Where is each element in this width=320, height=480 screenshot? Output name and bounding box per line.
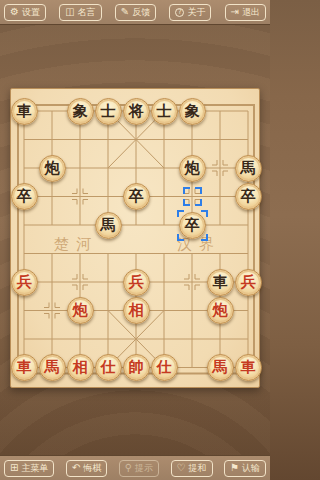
piece-black-horse-left[interactable]: 馬: [95, 212, 122, 239]
piece-black-advisor-left[interactable]: 士: [95, 98, 122, 125]
piece-red-soldier-a[interactable]: 兵: [11, 269, 38, 296]
exit-icon: ⇥: [231, 7, 239, 17]
exit-label: 退出: [242, 6, 260, 19]
piece-red-chariot-right[interactable]: 車: [235, 354, 262, 381]
quotes-button[interactable]: ◫ 名言: [59, 4, 101, 21]
xiangqi-board[interactable]: 楚河汉界車象士将士象炮炮馬卒卒卒馬卒車兵兵兵炮相炮車馬相仕帥仕馬車: [10, 88, 260, 388]
piece-black-elephant-left[interactable]: 象: [67, 98, 94, 125]
piece-red-cannon-left[interactable]: 炮: [67, 297, 94, 324]
about-label: 关于: [187, 6, 205, 19]
board-grid: 楚河汉界: [11, 89, 261, 389]
undo-arrow-icon: ↶: [72, 463, 80, 473]
piece-black-chariot-right[interactable]: 車: [207, 269, 234, 296]
piece-black-horse-right[interactable]: 馬: [235, 155, 262, 182]
undo-label: 悔棋: [83, 462, 101, 475]
piece-red-cannon-right[interactable]: 炮: [207, 297, 234, 324]
river-label-right: 汉界: [177, 235, 221, 253]
piece-black-chariot-left[interactable]: 車: [11, 98, 38, 125]
piece-red-elephant-raised[interactable]: 相: [123, 297, 150, 324]
hint-label: 提示: [135, 462, 153, 475]
piece-red-horse-right[interactable]: 馬: [207, 354, 234, 381]
undo-button[interactable]: ↶ 悔棋: [66, 460, 107, 477]
piece-red-advisor-left[interactable]: 仕: [95, 354, 122, 381]
piece-black-cannon-left[interactable]: 炮: [39, 155, 66, 182]
settings-button[interactable]: ⚙ 设置: [4, 4, 46, 21]
piece-black-elephant-right[interactable]: 象: [179, 98, 206, 125]
piece-red-horse-left[interactable]: 馬: [39, 354, 66, 381]
question-icon: ?: [175, 8, 184, 17]
piece-black-cannon-right[interactable]: 炮: [179, 155, 206, 182]
lightbulb-icon: ⚲: [125, 463, 132, 473]
offer-draw-label: 提和: [189, 462, 207, 475]
heart-gem-icon: ♡: [177, 463, 186, 473]
piece-black-soldier-g[interactable]: 卒: [179, 212, 206, 239]
piece-red-advisor-right[interactable]: 仕: [151, 354, 178, 381]
exit-button[interactable]: ⇥ 退出: [225, 4, 266, 21]
hint-button[interactable]: ⚲ 提示: [119, 460, 159, 477]
piece-black-soldier-i[interactable]: 卒: [235, 183, 262, 210]
river-label-left: 楚河: [54, 235, 98, 253]
gear-icon: ⚙: [10, 7, 19, 17]
main-menu-label: 主菜单: [21, 462, 48, 475]
piece-black-advisor-right[interactable]: 士: [151, 98, 178, 125]
feedback-label: 反馈: [132, 6, 150, 19]
resign-label: 认输: [242, 462, 260, 475]
piece-red-general[interactable]: 帥: [123, 354, 150, 381]
piece-red-elephant-left[interactable]: 相: [67, 354, 94, 381]
edit-icon: ✎: [121, 7, 129, 17]
piece-red-chariot-left[interactable]: 車: [11, 354, 38, 381]
top-bar: ⚙ 设置 ◫ 名言 ✎ 反馈 ? 关于 ⇥ 退出: [0, 0, 270, 25]
book-icon: ◫: [65, 7, 74, 17]
settings-label: 设置: [22, 6, 40, 19]
feedback-button[interactable]: ✎ 反馈: [115, 4, 156, 21]
resign-button[interactable]: ⚑ 认输: [224, 460, 266, 477]
main-menu-button[interactable]: ⊞ 主菜单: [4, 460, 54, 477]
quotes-label: 名言: [78, 6, 96, 19]
piece-black-soldier-e[interactable]: 卒: [123, 183, 150, 210]
flag-icon: ⚑: [230, 463, 239, 473]
piece-black-soldier-a[interactable]: 卒: [11, 183, 38, 210]
bottom-bar: ⊞ 主菜单 ↶ 悔棋 ⚲ 提示 ♡ 提和 ⚑ 认输: [0, 455, 270, 480]
piece-black-general[interactable]: 将: [123, 98, 150, 125]
about-button[interactable]: ? 关于: [169, 4, 211, 21]
offer-draw-button[interactable]: ♡ 提和: [171, 460, 213, 477]
grid-icon: ⊞: [10, 463, 18, 473]
piece-red-soldier-i[interactable]: 兵: [235, 269, 262, 296]
piece-red-soldier-e[interactable]: 兵: [123, 269, 150, 296]
